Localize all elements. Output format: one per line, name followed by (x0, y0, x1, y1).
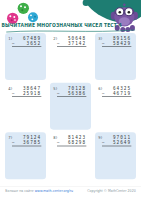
problem-card-9: 9) 97011 − 52649 (95, 132, 136, 179)
subtrahend-row: − 46719 (102, 91, 131, 97)
footer-website-link[interactable]: www.math-center.org/ru (35, 189, 73, 193)
subtrahend: 46719 (113, 91, 131, 96)
subtrahend: 3652 (27, 41, 42, 46)
subtrahend-row: − 52649 (102, 140, 131, 146)
minus-sign: − (102, 140, 105, 145)
footer-copyright: Copyright © MathCenter 2020 (87, 189, 135, 193)
subtraction-block: 89156 − 58429 (102, 36, 131, 47)
minus-sign: − (12, 140, 15, 145)
subtrahend: 36785 (23, 140, 41, 145)
worksheet-page: ВЫЧИТАНИЕ МНОГОЗНАЧНЫХ ЧИСЕЛ ТЕСТ 4 1) 6… (0, 0, 141, 200)
minus-sign: − (12, 41, 15, 46)
problem-card-5: 5) 70128 − 56386 (50, 83, 91, 130)
minus-sign: − (57, 140, 60, 145)
subtrahend-row: − 58429 (102, 41, 131, 47)
subtraction-block: 97011 − 52649 (102, 135, 131, 146)
minus-sign: − (12, 91, 15, 96)
subtrahend: 52649 (113, 140, 131, 145)
minus-sign: − (57, 91, 60, 96)
subtrahend: 37142 (68, 41, 86, 46)
subtraction-block: 81423 − 68298 (57, 135, 86, 146)
subtrahend: 68298 (68, 140, 86, 145)
subtraction-block: 38647 − 25918 (12, 86, 41, 97)
minus-sign: − (57, 41, 60, 46)
problem-card-2: 2) 50648 − 37142 (50, 33, 91, 80)
subtraction-block: 67489 − 3652 (12, 36, 41, 47)
problem-card-4: 4) 38647 − 25918 (5, 83, 46, 130)
subtrahend: 58429 (113, 41, 131, 46)
subtrahend-row: − 68298 (57, 140, 86, 146)
footer-left-text: Больше на сайте (5, 189, 33, 193)
subtrahend-row: − 56386 (57, 91, 86, 97)
problems-grid: 1) 67489 − 3652 2) 50648 − 37142 (5, 33, 136, 179)
subtrahend: 56386 (68, 91, 86, 96)
problem-card-6: 6) 64325 − 46719 (95, 83, 136, 130)
subtraction-block: 64325 − 46719 (102, 86, 131, 97)
problem-card-8: 8) 81423 − 68298 (50, 132, 91, 179)
problem-card-3: 3) 89156 − 58429 (95, 33, 136, 80)
problem-card-1: 1) 67489 − 3652 (5, 33, 46, 80)
problem-card-7: 7) 79124 − 36785 (5, 132, 46, 179)
subtraction-block: 70128 − 56386 (57, 86, 86, 97)
subtrahend: 25918 (23, 91, 41, 96)
footer: Больше на сайте www.math-center.org/ru C… (5, 189, 135, 193)
footer-left: Больше на сайте www.math-center.org/ru (5, 189, 73, 193)
subtrahend-row: − 37142 (57, 41, 86, 47)
page-inner: ВЫЧИТАНИЕ МНОГОЗНАЧНЫХ ЧИСЕЛ ТЕСТ 4 1) 6… (0, 0, 141, 200)
worksheet-title: ВЫЧИТАНИЕ МНОГОЗНАЧНЫХ ЧИСЕЛ ТЕСТ 4 (0, 22, 123, 27)
subtraction-block: 50648 − 37142 (57, 36, 86, 47)
subtraction-block: 79124 − 36785 (12, 135, 41, 146)
subtrahend-row: − 36785 (12, 140, 41, 146)
minus-sign: − (102, 91, 105, 96)
subtrahend-row: − 25918 (12, 91, 41, 97)
minus-sign: − (102, 41, 105, 46)
subtrahend-row: − 3652 (12, 41, 41, 47)
